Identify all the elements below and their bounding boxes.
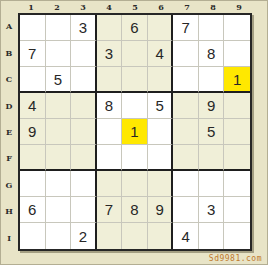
cell-A1[interactable]: [20, 15, 46, 41]
cell-G7[interactable]: [173, 171, 199, 197]
cell-B5[interactable]: [122, 41, 148, 67]
sudoku-board: 36773485148599156789324: [18, 13, 252, 251]
cell-H2[interactable]: [46, 197, 72, 223]
cell-B2[interactable]: [46, 41, 72, 67]
row-label-F: F: [1, 145, 17, 171]
row-label-H: H: [1, 198, 17, 224]
cell-I9[interactable]: [224, 223, 250, 249]
cell-H3[interactable]: [71, 197, 97, 223]
cell-F1[interactable]: [20, 145, 46, 171]
cell-C2[interactable]: 5: [46, 67, 72, 93]
cell-E1[interactable]: 9: [20, 119, 46, 145]
row-label-D: D: [1, 92, 17, 118]
cell-G3[interactable]: [71, 171, 97, 197]
cell-H5[interactable]: 8: [122, 197, 148, 223]
col-label-8: 8: [200, 1, 226, 13]
col-label-5: 5: [122, 1, 148, 13]
cell-H9[interactable]: [224, 197, 250, 223]
cell-B4[interactable]: 3: [97, 41, 123, 67]
cell-D4[interactable]: 8: [97, 93, 123, 119]
col-label-9: 9: [226, 1, 252, 13]
cell-A8[interactable]: [199, 15, 225, 41]
cell-I5[interactable]: [122, 223, 148, 249]
cell-D9[interactable]: [224, 93, 250, 119]
cell-F2[interactable]: [46, 145, 72, 171]
cell-F9[interactable]: [224, 145, 250, 171]
cell-G4[interactable]: [97, 171, 123, 197]
cell-C5[interactable]: [122, 67, 148, 93]
cell-A9[interactable]: [224, 15, 250, 41]
cell-F6[interactable]: [148, 145, 174, 171]
cell-H8[interactable]: 3: [199, 197, 225, 223]
cell-D1[interactable]: 4: [20, 93, 46, 119]
cell-D8[interactable]: 9: [199, 93, 225, 119]
cell-G5[interactable]: [122, 171, 148, 197]
cell-E7[interactable]: [173, 119, 199, 145]
cell-C6[interactable]: [148, 67, 174, 93]
col-label-4: 4: [96, 1, 122, 13]
cell-H1[interactable]: 6: [20, 197, 46, 223]
cell-A4[interactable]: [97, 15, 123, 41]
cell-I1[interactable]: [20, 223, 46, 249]
cell-G2[interactable]: [46, 171, 72, 197]
cell-F4[interactable]: [97, 145, 123, 171]
cell-H6[interactable]: 9: [148, 197, 174, 223]
cell-G1[interactable]: [20, 171, 46, 197]
cell-B3[interactable]: [71, 41, 97, 67]
cell-C8[interactable]: [199, 67, 225, 93]
cell-D6[interactable]: 5: [148, 93, 174, 119]
col-label-2: 2: [44, 1, 70, 13]
cell-E4[interactable]: [97, 119, 123, 145]
cell-C4[interactable]: [97, 67, 123, 93]
cell-F8[interactable]: [199, 145, 225, 171]
column-labels: 123456789: [18, 1, 252, 13]
cell-D3[interactable]: [71, 93, 97, 119]
col-label-3: 3: [70, 1, 96, 13]
cell-A6[interactable]: [148, 15, 174, 41]
cell-B1[interactable]: 7: [20, 41, 46, 67]
cell-F3[interactable]: [71, 145, 97, 171]
row-label-E: E: [1, 119, 17, 145]
watermark-text: Sd9981.com: [209, 254, 262, 263]
cell-I3[interactable]: 2: [71, 223, 97, 249]
row-label-B: B: [1, 39, 17, 65]
cell-A5[interactable]: 6: [122, 15, 148, 41]
row-label-G: G: [1, 172, 17, 198]
cell-B6[interactable]: 4: [148, 41, 174, 67]
cell-A2[interactable]: [46, 15, 72, 41]
cell-I6[interactable]: [148, 223, 174, 249]
row-label-I: I: [1, 225, 17, 251]
cell-E5[interactable]: 1: [122, 119, 148, 145]
row-labels: ABCDEFGHI: [1, 13, 17, 251]
col-label-7: 7: [174, 1, 200, 13]
cell-E6[interactable]: [148, 119, 174, 145]
cell-B9[interactable]: [224, 41, 250, 67]
cell-I2[interactable]: [46, 223, 72, 249]
col-label-1: 1: [18, 1, 44, 13]
cell-G8[interactable]: [199, 171, 225, 197]
cell-E9[interactable]: [224, 119, 250, 145]
cell-I7[interactable]: 4: [173, 223, 199, 249]
col-label-6: 6: [148, 1, 174, 13]
cell-E8[interactable]: 5: [199, 119, 225, 145]
cell-H4[interactable]: 7: [97, 197, 123, 223]
sudoku-app: 123456789 ABCDEFGHI 36773485148599156789…: [0, 0, 268, 265]
cell-D7[interactable]: [173, 93, 199, 119]
cell-C7[interactable]: [173, 67, 199, 93]
cell-C9[interactable]: 1: [224, 67, 250, 93]
cell-C1[interactable]: [20, 67, 46, 93]
cell-E3[interactable]: [71, 119, 97, 145]
cell-I8[interactable]: [199, 223, 225, 249]
cell-F7[interactable]: [173, 145, 199, 171]
cell-A7[interactable]: 7: [173, 15, 199, 41]
row-label-A: A: [1, 13, 17, 39]
cell-E2[interactable]: [46, 119, 72, 145]
cell-A3[interactable]: 3: [71, 15, 97, 41]
row-label-C: C: [1, 66, 17, 92]
cell-B7[interactable]: [173, 41, 199, 67]
cell-I4[interactable]: [97, 223, 123, 249]
cell-B8[interactable]: 8: [199, 41, 225, 67]
cell-G6[interactable]: [148, 171, 174, 197]
cell-F5[interactable]: [122, 145, 148, 171]
cell-D5[interactable]: [122, 93, 148, 119]
cell-D2[interactable]: [46, 93, 72, 119]
cell-H7[interactable]: [173, 197, 199, 223]
cell-C3[interactable]: [71, 67, 97, 93]
cell-G9[interactable]: [224, 171, 250, 197]
